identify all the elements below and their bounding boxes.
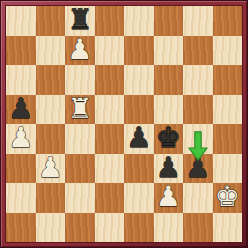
square-d1[interactable] (95, 213, 125, 243)
square-f6[interactable] (154, 65, 184, 95)
square-f8[interactable] (154, 6, 184, 36)
square-e7[interactable] (124, 36, 154, 66)
square-c4[interactable] (65, 124, 95, 154)
square-g1[interactable] (183, 213, 213, 243)
piece-black-pawn-f3[interactable]: ♟ (156, 153, 181, 183)
square-d7[interactable] (95, 36, 125, 66)
piece-white-pawn-b3[interactable]: ♟ (38, 153, 63, 183)
square-a1[interactable] (6, 213, 36, 243)
square-g3[interactable]: ♟ (183, 154, 213, 184)
square-d2[interactable] (95, 183, 125, 213)
piece-black-pawn-a5[interactable]: ♟ (8, 94, 33, 124)
square-h4[interactable] (213, 124, 243, 154)
piece-black-pawn-e4[interactable]: ♟ (126, 123, 151, 153)
square-d4[interactable] (95, 124, 125, 154)
square-h6[interactable] (213, 65, 243, 95)
square-g6[interactable] (183, 65, 213, 95)
square-h8[interactable] (213, 6, 243, 36)
piece-white-pawn-a4[interactable]: ♟ (8, 123, 33, 153)
square-c2[interactable] (65, 183, 95, 213)
square-e4[interactable]: ♟ (124, 124, 154, 154)
square-h5[interactable] (213, 95, 243, 125)
square-c3[interactable] (65, 154, 95, 184)
square-e5[interactable] (124, 95, 154, 125)
chess-board-frame: ♜♟♟♜♟♟♚♟♟♟♟♚ (0, 0, 248, 248)
square-f5[interactable] (154, 95, 184, 125)
square-e3[interactable] (124, 154, 154, 184)
square-b7[interactable] (36, 36, 66, 66)
square-g7[interactable] (183, 36, 213, 66)
piece-white-pawn-c7[interactable]: ♟ (67, 35, 92, 65)
square-b3[interactable]: ♟ (36, 154, 66, 184)
square-c5[interactable]: ♜ (65, 95, 95, 125)
chess-board: ♜♟♟♜♟♟♚♟♟♟♟♚ (5, 5, 243, 243)
square-f7[interactable] (154, 36, 184, 66)
square-b6[interactable] (36, 65, 66, 95)
square-c8[interactable]: ♜ (65, 6, 95, 36)
square-e6[interactable] (124, 65, 154, 95)
square-b8[interactable] (36, 6, 66, 36)
piece-black-king-f4[interactable]: ♚ (156, 123, 181, 153)
square-b5[interactable] (36, 95, 66, 125)
square-c7[interactable]: ♟ (65, 36, 95, 66)
square-d8[interactable] (95, 6, 125, 36)
square-h1[interactable] (213, 213, 243, 243)
square-g8[interactable] (183, 6, 213, 36)
square-f1[interactable] (154, 213, 184, 243)
square-b2[interactable] (36, 183, 66, 213)
piece-white-king-h2[interactable]: ♚ (215, 182, 240, 212)
square-f3[interactable]: ♟ (154, 154, 184, 184)
square-e8[interactable] (124, 6, 154, 36)
square-h2[interactable]: ♚ (213, 183, 243, 213)
square-b1[interactable] (36, 213, 66, 243)
square-e2[interactable] (124, 183, 154, 213)
square-a6[interactable] (6, 65, 36, 95)
square-f4[interactable]: ♚ (154, 124, 184, 154)
piece-black-pawn-g3[interactable]: ♟ (185, 153, 210, 183)
square-h3[interactable] (213, 154, 243, 184)
piece-black-rook-c8[interactable]: ♜ (67, 5, 92, 35)
square-c6[interactable] (65, 65, 95, 95)
square-f2[interactable]: ♟ (154, 183, 184, 213)
square-a7[interactable] (6, 36, 36, 66)
square-d5[interactable] (95, 95, 125, 125)
square-g5[interactable] (183, 95, 213, 125)
square-a8[interactable] (6, 6, 36, 36)
square-g2[interactable] (183, 183, 213, 213)
square-h7[interactable] (213, 36, 243, 66)
square-a3[interactable] (6, 154, 36, 184)
piece-white-rook-c5[interactable]: ♜ (67, 94, 92, 124)
square-c1[interactable] (65, 213, 95, 243)
square-a4[interactable]: ♟ (6, 124, 36, 154)
square-d3[interactable] (95, 154, 125, 184)
square-e1[interactable] (124, 213, 154, 243)
square-d6[interactable] (95, 65, 125, 95)
square-b4[interactable] (36, 124, 66, 154)
square-a5[interactable]: ♟ (6, 95, 36, 125)
square-a2[interactable] (6, 183, 36, 213)
square-g4[interactable] (183, 124, 213, 154)
piece-white-pawn-f2[interactable]: ♟ (156, 182, 181, 212)
